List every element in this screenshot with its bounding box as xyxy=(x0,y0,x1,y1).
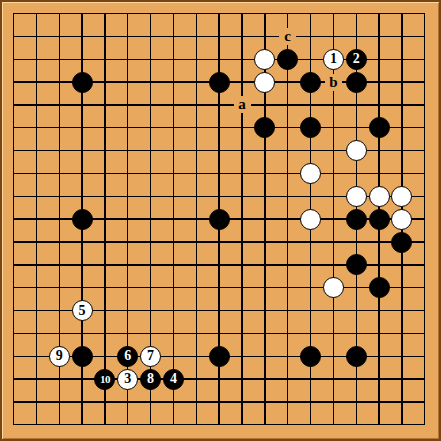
point-label-a: a xyxy=(234,96,251,113)
stone-black xyxy=(209,72,230,93)
stone-white-move-1: 1 xyxy=(323,49,344,70)
stone-black xyxy=(346,254,367,275)
move-number: 8 xyxy=(147,372,154,386)
stone-white xyxy=(391,186,412,207)
move-number: 5 xyxy=(79,304,86,318)
stone-black xyxy=(300,117,321,138)
stone-black xyxy=(369,117,390,138)
stone-black xyxy=(72,346,93,367)
stone-black xyxy=(72,209,93,230)
stone-black xyxy=(277,49,298,70)
grid-line-vertical xyxy=(241,13,242,426)
point-label-c: c xyxy=(279,28,296,45)
stone-black-move-6: 6 xyxy=(117,346,138,367)
grid-line-vertical xyxy=(287,13,288,426)
stone-white-move-3: 3 xyxy=(117,369,138,390)
go-board[interactable]: 12596710384abc xyxy=(0,0,441,441)
stone-black xyxy=(369,277,390,298)
stone-black xyxy=(369,209,390,230)
stone-white xyxy=(254,49,275,70)
stone-black xyxy=(346,72,367,93)
move-number: 4 xyxy=(170,372,177,386)
stone-white xyxy=(300,209,321,230)
grid-line-horizontal xyxy=(13,378,426,379)
move-number: 2 xyxy=(353,52,360,66)
grid-line-horizontal xyxy=(13,333,426,334)
stone-black xyxy=(346,209,367,230)
stone-black-move-2: 2 xyxy=(346,49,367,70)
stone-white-move-5: 5 xyxy=(72,300,93,321)
stone-black xyxy=(391,232,412,253)
move-number: 10 xyxy=(100,374,110,385)
stone-black xyxy=(300,346,321,367)
stone-white xyxy=(391,209,412,230)
grid-line-vertical xyxy=(424,13,425,426)
stone-white xyxy=(254,72,275,93)
grid-line-horizontal xyxy=(13,424,426,425)
stone-black xyxy=(209,346,230,367)
move-number: 6 xyxy=(124,349,131,363)
move-number: 9 xyxy=(56,349,63,363)
stone-white xyxy=(369,186,390,207)
grid-line-horizontal xyxy=(13,287,426,288)
point-label-b: b xyxy=(325,74,342,91)
stone-white xyxy=(323,277,344,298)
stone-white-move-7: 7 xyxy=(140,346,161,367)
grid-line-horizontal xyxy=(13,241,426,242)
stone-black-move-8: 8 xyxy=(140,369,161,390)
stone-white xyxy=(346,140,367,161)
stone-black-move-10: 10 xyxy=(94,369,115,390)
move-number: 7 xyxy=(147,349,154,363)
stone-black xyxy=(72,72,93,93)
stone-black xyxy=(300,72,321,93)
stone-black xyxy=(346,346,367,367)
stone-black xyxy=(254,117,275,138)
move-number: 1 xyxy=(330,52,337,66)
stone-white xyxy=(300,163,321,184)
move-number: 3 xyxy=(124,372,131,386)
stone-black-move-4: 4 xyxy=(163,369,184,390)
stone-black xyxy=(209,209,230,230)
stone-white-move-9: 9 xyxy=(49,346,70,367)
grid-line-horizontal xyxy=(13,401,426,402)
stone-white xyxy=(346,186,367,207)
